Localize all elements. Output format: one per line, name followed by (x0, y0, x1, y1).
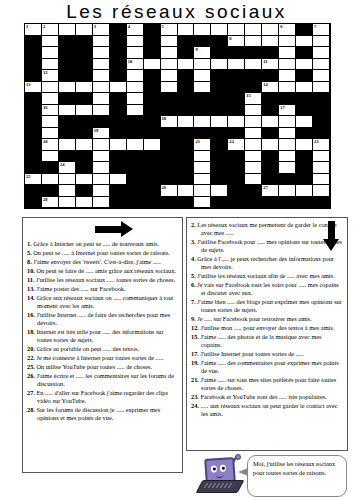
black-cell (262, 128, 279, 140)
clue-8: 8. J'aime envoyer des 'tweets'. C'est-à-… (27, 258, 178, 266)
black-cell (76, 70, 93, 82)
black-cell (296, 70, 313, 82)
clue-2: 2. Les réseaux sociaux me permettent de … (191, 221, 343, 237)
clue-9: 9. Je ..... sur Facebook pour retrouver … (191, 315, 343, 323)
letter-cell (245, 162, 262, 174)
letter-cell (262, 139, 279, 151)
clue-number: 23 (314, 139, 319, 144)
letter-cell (93, 162, 110, 174)
black-cell (144, 70, 161, 82)
letter-cell (76, 139, 93, 151)
letter-cell: 7 (313, 24, 330, 36)
clue-25: 25. On utilise YouTube pour toutes .....… (27, 363, 178, 371)
black-cell (228, 47, 245, 59)
letter-cell (178, 185, 195, 197)
black-cell (110, 128, 127, 140)
letter-cell (110, 82, 127, 94)
black-cell (211, 36, 228, 48)
letter-cell (59, 185, 76, 197)
letter-cell (59, 139, 76, 151)
clue-number: 26 (162, 185, 167, 190)
letter-cell (93, 70, 110, 82)
black-cell (211, 174, 228, 186)
clue-1: 1. Grâce à Internet on peut se ..... de … (27, 240, 178, 248)
letter-cell: 13 (25, 82, 42, 94)
black-cell (110, 116, 127, 128)
black-cell (76, 59, 93, 71)
clue-number: 12 (43, 70, 48, 75)
letter-cell (296, 139, 313, 151)
letter-cell (59, 105, 76, 117)
letter-cell (59, 24, 76, 36)
clue-number: 21 (195, 139, 200, 144)
letter-cell (93, 47, 110, 59)
black-cell (76, 93, 93, 105)
black-cell (76, 151, 93, 163)
black-cell (262, 162, 279, 174)
black-cell (144, 24, 161, 36)
letter-cell (228, 116, 245, 128)
black-cell (144, 116, 161, 128)
black-cell (279, 93, 296, 105)
letter-cell (262, 116, 279, 128)
black-cell (262, 47, 279, 59)
letter-cell (194, 162, 211, 174)
clue-number: 10 (128, 59, 133, 64)
clue-number: 16 (43, 105, 48, 110)
clue-20: 20. Grâce au portable on peut ..... des … (27, 345, 178, 353)
clue-5: 5. On peut se ..... à Internet pour tout… (27, 249, 178, 257)
black-cell (59, 151, 76, 163)
black-cell (211, 70, 228, 82)
letter-cell (296, 36, 313, 48)
letter-cell (127, 82, 144, 94)
clue-21: 21. J'aime ..... sur tous mes sites préf… (191, 376, 343, 392)
letter-cell (161, 82, 178, 94)
letter-cell: 20 (42, 139, 59, 151)
clue-4: 4. Grâce à l'..... je peux rechercher de… (191, 255, 343, 271)
black-cell (194, 36, 211, 48)
black-cell (178, 151, 195, 163)
black-cell (296, 162, 313, 174)
letter-cell (42, 93, 59, 105)
clue-3: 3. J'utilise Facebook pour ..... mes opi… (191, 238, 343, 254)
black-cell (76, 162, 93, 174)
black-cell (144, 151, 161, 163)
black-cell (110, 105, 127, 117)
letter-cell (42, 174, 59, 186)
letter-cell (211, 185, 228, 197)
letter-cell (296, 59, 313, 71)
black-cell (178, 70, 195, 82)
clue-14: 14. Grâce aux réseaux sociaux on ..... c… (27, 294, 178, 310)
clue-6: 6. Je vais sur Facebook tous les soirs p… (191, 281, 343, 297)
black-cell (25, 162, 42, 174)
letter-cell (245, 36, 262, 48)
black-cell (127, 174, 144, 186)
black-cell (178, 47, 195, 59)
black-cell (245, 47, 262, 59)
black-cell (25, 139, 42, 151)
black-cell (178, 174, 195, 186)
clue-number: 14 (263, 82, 268, 87)
black-cell (127, 162, 144, 174)
black-cell (228, 185, 245, 197)
letter-cell (59, 82, 76, 94)
black-cell (59, 70, 76, 82)
letter-cell (93, 151, 110, 163)
letter-cell (161, 70, 178, 82)
letter-cell: 21 (194, 139, 211, 151)
black-cell (211, 82, 228, 94)
black-cell (296, 151, 313, 163)
black-cell (262, 174, 279, 186)
black-cell (161, 162, 178, 174)
black-cell (110, 59, 127, 71)
black-cell (279, 197, 296, 209)
black-cell (127, 151, 144, 163)
letter-cell (279, 82, 296, 94)
letter-cell (110, 139, 127, 151)
black-cell (144, 93, 161, 105)
black-cell (262, 105, 279, 117)
black-cell (262, 70, 279, 82)
letter-cell (245, 128, 262, 140)
black-cell (110, 47, 127, 59)
black-cell (178, 197, 195, 209)
letter-cell (127, 105, 144, 117)
black-cell (144, 82, 161, 94)
clue-28: 28. Sur les forums de discussion je ....… (27, 406, 178, 422)
black-cell (194, 93, 211, 105)
black-cell (245, 185, 262, 197)
letter-cell: 12 (42, 70, 59, 82)
letter-cell (59, 197, 76, 209)
letter-cell (194, 197, 211, 209)
letter-cell (93, 139, 110, 151)
clue-12: 12. J'utilise mon ..... pour envoyer des… (191, 324, 343, 332)
clue-15: 15. J'aime ..... des photos et de la mus… (191, 333, 343, 349)
letter-cell (279, 128, 296, 140)
letter-cell (144, 59, 161, 71)
across-arrow-icon (95, 226, 121, 233)
letter-cell: 16 (42, 105, 59, 117)
letter-cell (59, 174, 76, 186)
clue-number: 1 (26, 24, 28, 29)
black-cell (228, 151, 245, 163)
laptop-character-icon (197, 456, 245, 498)
black-cell (144, 197, 161, 209)
letter-cell (194, 82, 211, 94)
black-cell (144, 174, 161, 186)
black-cell (228, 162, 245, 174)
black-cell (228, 93, 245, 105)
black-cell (110, 36, 127, 48)
clue-10: 10. On peut se faire de ..... amis grâce… (27, 267, 178, 275)
black-cell (228, 70, 245, 82)
letter-cell: 19 (93, 128, 110, 140)
clue-13: 13. J'aime poster des ..... sur Facebook… (27, 285, 178, 293)
clue-26: 26. J'aime écrire et ..... les commentai… (27, 372, 178, 388)
black-cell (228, 174, 245, 186)
black-cell (110, 197, 127, 209)
letter-cell (42, 59, 59, 71)
black-cell (161, 93, 178, 105)
letter-cell (279, 70, 296, 82)
letter-cell: 1 (25, 24, 42, 36)
black-cell (59, 128, 76, 140)
letter-cell (42, 151, 59, 163)
clue-number: 13 (26, 82, 31, 87)
letter-cell (211, 24, 228, 36)
black-cell (161, 151, 178, 163)
letter-cell (93, 174, 110, 186)
letter-cell (76, 105, 93, 117)
black-cell (228, 197, 245, 209)
black-cell (262, 93, 279, 105)
letter-cell (42, 128, 59, 140)
black-cell (211, 93, 228, 105)
clue-16: 16. J'utilise Internet ..... de faire de… (27, 311, 178, 327)
letter-cell (245, 139, 262, 151)
black-cell (178, 128, 195, 140)
letter-cell (161, 36, 178, 48)
across-clues-box: 1. Grâce à Internet on peut se ..... de … (22, 217, 183, 473)
down-clue-list: 2. Les réseaux sociaux me permettent de … (191, 221, 343, 418)
black-cell (211, 47, 228, 59)
black-cell (59, 36, 76, 48)
letter-cell (178, 116, 195, 128)
letter-cell (93, 36, 110, 48)
letter-cell (194, 59, 211, 71)
black-cell (296, 128, 313, 140)
black-cell (178, 82, 195, 94)
black-cell (178, 139, 195, 151)
letter-cell (42, 116, 59, 128)
letter-cell: 25 (25, 174, 42, 186)
black-cell (245, 82, 262, 94)
clue-number: 19 (94, 128, 99, 133)
black-cell (279, 174, 296, 186)
black-cell (161, 197, 178, 209)
letter-cell (194, 70, 211, 82)
clue-27: 27. En ..... d'aller sur Facebook j'aime… (27, 389, 178, 405)
letter-cell (76, 24, 93, 36)
letter-cell (279, 185, 296, 197)
black-cell (59, 93, 76, 105)
black-cell (42, 185, 59, 197)
black-cell (93, 116, 110, 128)
letter-cell (279, 162, 296, 174)
clue-number: 6 (280, 24, 282, 29)
black-cell (211, 128, 228, 140)
page-title: Les réseaux sociaux (0, 1, 353, 23)
letter-cell (296, 82, 313, 94)
black-cell (178, 105, 195, 117)
letter-cell (110, 174, 127, 186)
black-cell (211, 151, 228, 163)
letter-cell (76, 174, 93, 186)
black-cell (178, 93, 195, 105)
clue-11: 11. J'utilise les réseaux sociaux ..... … (27, 276, 178, 284)
black-cell (25, 93, 42, 105)
down-clues-box: 2. Les réseaux sociaux me permettent de … (186, 217, 348, 451)
black-cell (42, 162, 59, 174)
black-cell (313, 128, 330, 140)
black-cell (127, 116, 144, 128)
black-cell (25, 70, 42, 82)
black-cell (228, 128, 245, 140)
letter-cell (279, 59, 296, 71)
black-cell (110, 70, 127, 82)
black-cell (161, 128, 178, 140)
clue-number: 4 (128, 24, 130, 29)
letter-cell (93, 197, 110, 209)
letter-cell: 27 (262, 185, 279, 197)
black-cell (110, 185, 127, 197)
letter-cell (76, 197, 93, 209)
clue-5: 5. J'utilise les réseaux sociaux afin de… (191, 272, 343, 280)
letter-cell (245, 174, 262, 186)
black-cell (313, 93, 330, 105)
letter-cell (313, 70, 330, 82)
black-cell (76, 36, 93, 48)
letter-cell (76, 82, 93, 94)
black-cell (194, 128, 211, 140)
clue-24: 24. ..... aux réseaux sociaux on peut ga… (191, 402, 343, 418)
clue-number: 18 (162, 116, 167, 121)
letter-cell (313, 162, 330, 174)
letter-cell (296, 116, 313, 128)
letter-cell (313, 185, 330, 197)
black-cell (194, 105, 211, 117)
black-cell (110, 24, 127, 36)
letter-cell (211, 59, 228, 71)
letter-cell (194, 174, 211, 186)
letter-cell (194, 116, 211, 128)
letter-cell (313, 174, 330, 186)
letter-cell (279, 47, 296, 59)
black-cell (296, 105, 313, 117)
letter-cell (245, 151, 262, 163)
black-cell (127, 185, 144, 197)
letter-cell (279, 151, 296, 163)
letter-cell: 6 (279, 24, 296, 36)
letter-cell (178, 24, 195, 36)
letter-cell: 17 (279, 105, 296, 117)
clue-number: 24 (60, 162, 65, 167)
black-cell (228, 105, 245, 117)
letter-cell (245, 105, 262, 117)
letter-cell (262, 24, 279, 36)
black-cell (127, 128, 144, 140)
crossword-grid: 1234567891011121314151617181920212223242… (24, 23, 331, 209)
black-cell (313, 197, 330, 209)
black-cell (313, 116, 330, 128)
black-cell (25, 151, 42, 163)
clue-23: 23. Facebook et YouTube sont des ..... t… (191, 393, 343, 401)
clue-number: 8 (229, 36, 231, 41)
letter-cell (228, 59, 245, 71)
black-cell (211, 197, 228, 209)
letter-cell (93, 185, 110, 197)
clue-number: 20 (43, 139, 48, 144)
clue-number: 22 (229, 139, 234, 144)
letter-cell (42, 47, 59, 59)
black-cell (127, 197, 144, 209)
letter-cell (127, 139, 144, 151)
letter-cell (194, 151, 211, 163)
letter-cell (313, 47, 330, 59)
clue-17: 17. J'utilise Internet pour toutes sorte… (191, 350, 343, 358)
black-cell (144, 128, 161, 140)
black-cell (178, 36, 195, 48)
letter-cell (161, 59, 178, 71)
letter-cell (161, 47, 178, 59)
letter-cell (42, 36, 59, 48)
letter-cell (279, 116, 296, 128)
black-cell (161, 139, 178, 151)
black-cell (161, 105, 178, 117)
black-cell (25, 36, 42, 48)
letter-cell (313, 151, 330, 163)
black-cell (262, 197, 279, 209)
letter-cell: 9 (194, 47, 211, 59)
clue-number: 17 (280, 105, 285, 110)
clue-number: 25 (26, 174, 31, 179)
clue-number: 28 (43, 197, 48, 202)
black-cell (76, 47, 93, 59)
black-cell (144, 162, 161, 174)
letter-cell (262, 36, 279, 48)
clue-number: 7 (314, 24, 316, 29)
letter-cell (127, 36, 144, 48)
letter-cell: 2 (42, 24, 59, 36)
letter-cell: 15 (245, 93, 262, 105)
letter-cell (245, 116, 262, 128)
letter-cell (93, 105, 110, 117)
black-cell (211, 162, 228, 174)
clue-number: 5 (162, 24, 164, 29)
black-cell (313, 105, 330, 117)
black-cell (296, 24, 313, 36)
letter-cell (178, 59, 195, 71)
letter-cell (245, 59, 262, 71)
letter-cell: 26 (161, 185, 178, 197)
letter-cell (93, 93, 110, 105)
black-cell (178, 162, 195, 174)
black-cell (76, 185, 93, 197)
letter-cell: 23 (313, 139, 330, 151)
clue-number: 3 (94, 24, 96, 29)
black-cell (144, 185, 161, 197)
letter-cell (144, 139, 161, 151)
black-cell (144, 47, 161, 59)
letter-cell: 10 (127, 59, 144, 71)
black-cell (262, 151, 279, 163)
black-cell (59, 59, 76, 71)
clue-number: 15 (246, 93, 251, 98)
clue-18: 18. Internet est très utile pour ..... d… (27, 328, 178, 344)
black-cell (161, 174, 178, 186)
letter-cell (127, 47, 144, 59)
black-cell (211, 105, 228, 117)
letter-cell (194, 24, 211, 36)
letter-cell (93, 82, 110, 94)
black-cell (76, 116, 93, 128)
black-cell (59, 116, 76, 128)
letter-cell (245, 24, 262, 36)
